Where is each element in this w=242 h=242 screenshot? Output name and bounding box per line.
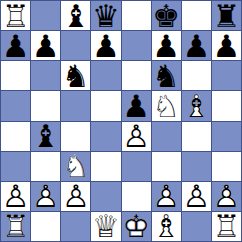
white-bishop[interactable]: ♝♗ xyxy=(152,212,181,241)
square-d8[interactable]: ♛ xyxy=(91,1,120,30)
black-pawn[interactable]: ♟ xyxy=(31,31,60,60)
square-f7[interactable]: ♟ xyxy=(152,31,181,60)
square-b3[interactable] xyxy=(31,152,60,181)
square-e2[interactable] xyxy=(122,182,151,211)
square-b7[interactable]: ♟ xyxy=(31,31,60,60)
square-e7[interactable] xyxy=(122,31,151,60)
square-e5[interactable]: ♟ xyxy=(122,91,151,120)
square-g6[interactable] xyxy=(182,61,211,90)
black-knight[interactable]: ♞ xyxy=(61,61,90,90)
black-pawn[interactable]: ♟ xyxy=(91,31,120,60)
black-pawn[interactable]: ♟ xyxy=(122,91,151,120)
square-f3[interactable] xyxy=(152,152,181,181)
black-pawn[interactable]: ♟ xyxy=(1,31,30,60)
square-c6[interactable]: ♞ xyxy=(61,61,90,90)
square-e1[interactable]: ♚♔ xyxy=(122,212,151,241)
square-f4[interactable] xyxy=(152,122,181,151)
white-pawn[interactable]: ♟♙ xyxy=(1,182,30,211)
white-pawn[interactable]: ♟♙ xyxy=(152,182,181,211)
square-a1[interactable]: ♜♖ xyxy=(1,212,30,241)
black-pawn[interactable]: ♟ xyxy=(212,31,241,60)
white-rook[interactable]: ♜♖ xyxy=(1,1,30,30)
square-c7[interactable] xyxy=(61,31,90,60)
square-g7[interactable]: ♟ xyxy=(182,31,211,60)
square-c8[interactable]: ♝ xyxy=(61,1,90,30)
black-queen[interactable]: ♛ xyxy=(91,1,120,30)
white-queen[interactable]: ♛♕ xyxy=(91,212,120,241)
square-c2[interactable]: ♟♙ xyxy=(61,182,90,211)
square-e4[interactable]: ♟♙ xyxy=(122,122,151,151)
square-b2[interactable]: ♟♙ xyxy=(31,182,60,211)
white-rook[interactable]: ♜♖ xyxy=(212,212,241,241)
square-a4[interactable] xyxy=(1,122,30,151)
square-h3[interactable] xyxy=(212,152,241,181)
square-h8[interactable]: ♜ xyxy=(212,1,241,30)
square-g3[interactable] xyxy=(182,152,211,181)
square-f2[interactable]: ♟♙ xyxy=(152,182,181,211)
square-b1[interactable] xyxy=(31,212,60,241)
square-b5[interactable] xyxy=(31,91,60,120)
square-g1[interactable] xyxy=(182,212,211,241)
square-f8[interactable]: ♚ xyxy=(152,1,181,30)
white-knight[interactable]: ♞♘ xyxy=(152,91,181,120)
square-h4[interactable] xyxy=(212,122,241,151)
square-c5[interactable] xyxy=(61,91,90,120)
square-g2[interactable]: ♟♙ xyxy=(182,182,211,211)
square-h2[interactable]: ♟♙ xyxy=(212,182,241,211)
square-b4[interactable]: ♝ xyxy=(31,122,60,151)
square-g4[interactable] xyxy=(182,122,211,151)
square-f5[interactable]: ♞♘ xyxy=(152,91,181,120)
black-pawn[interactable]: ♟ xyxy=(182,31,211,60)
square-g5[interactable]: ♝♗ xyxy=(182,91,211,120)
white-knight[interactable]: ♞♘ xyxy=(61,152,90,181)
square-a2[interactable]: ♟♙ xyxy=(1,182,30,211)
white-pawn[interactable]: ♟♙ xyxy=(31,182,60,211)
chess-board: ♜♖♝♛♚♜♟♟♟♟♟♟♞♞♟♞♘♝♗♝♟♙♞♘♟♙♟♙♟♙♟♙♟♙♟♙♜♖♛♕… xyxy=(0,0,242,242)
square-d2[interactable] xyxy=(91,182,120,211)
square-d4[interactable] xyxy=(91,122,120,151)
white-pawn[interactable]: ♟♙ xyxy=(182,182,211,211)
square-a6[interactable] xyxy=(1,61,30,90)
square-e6[interactable] xyxy=(122,61,151,90)
black-pawn[interactable]: ♟ xyxy=(152,31,181,60)
square-h6[interactable] xyxy=(212,61,241,90)
black-bishop[interactable]: ♝ xyxy=(61,1,90,30)
square-c1[interactable] xyxy=(61,212,90,241)
square-h1[interactable]: ♜♖ xyxy=(212,212,241,241)
square-c4[interactable] xyxy=(61,122,90,151)
black-knight[interactable]: ♞ xyxy=(152,61,181,90)
square-b8[interactable] xyxy=(31,1,60,30)
black-rook[interactable]: ♜ xyxy=(212,1,241,30)
square-f6[interactable]: ♞ xyxy=(152,61,181,90)
white-pawn[interactable]: ♟♙ xyxy=(122,122,151,151)
white-king[interactable]: ♚♔ xyxy=(122,212,151,241)
square-g8[interactable] xyxy=(182,1,211,30)
square-b6[interactable] xyxy=(31,61,60,90)
square-a3[interactable] xyxy=(1,152,30,181)
square-h7[interactable]: ♟ xyxy=(212,31,241,60)
square-d7[interactable]: ♟ xyxy=(91,31,120,60)
square-a8[interactable]: ♜♖ xyxy=(1,1,30,30)
white-rook[interactable]: ♜♖ xyxy=(1,212,30,241)
square-e3[interactable] xyxy=(122,152,151,181)
square-e8[interactable] xyxy=(122,1,151,30)
square-d6[interactable] xyxy=(91,61,120,90)
white-bishop[interactable]: ♝♗ xyxy=(182,91,211,120)
white-pawn[interactable]: ♟♙ xyxy=(61,182,90,211)
square-c3[interactable]: ♞♘ xyxy=(61,152,90,181)
square-f1[interactable]: ♝♗ xyxy=(152,212,181,241)
square-d3[interactable] xyxy=(91,152,120,181)
square-a7[interactable]: ♟ xyxy=(1,31,30,60)
square-a5[interactable] xyxy=(1,91,30,120)
black-bishop[interactable]: ♝ xyxy=(31,122,60,151)
square-d5[interactable] xyxy=(91,91,120,120)
black-king[interactable]: ♚ xyxy=(152,1,181,30)
white-pawn[interactable]: ♟♙ xyxy=(212,182,241,211)
square-h5[interactable] xyxy=(212,91,241,120)
square-d1[interactable]: ♛♕ xyxy=(91,212,120,241)
